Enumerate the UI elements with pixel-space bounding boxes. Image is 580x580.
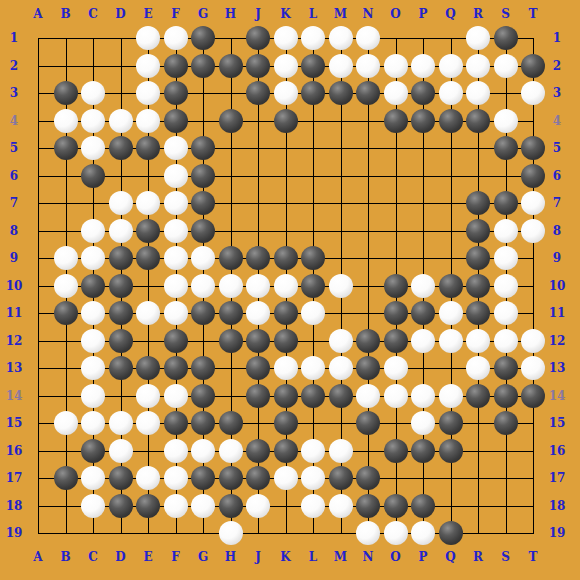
stone-white [521, 191, 545, 215]
stone-white [136, 54, 160, 78]
column-label-bottom: K [280, 551, 290, 563]
stone-white [466, 81, 490, 105]
column-label-bottom: T [529, 551, 538, 563]
row-label-right: 1 [553, 32, 561, 44]
stone-black [219, 301, 243, 325]
stone-white [109, 219, 133, 243]
stone-white [384, 356, 408, 380]
row-label-right: 2 [553, 60, 561, 72]
column-label-top: G [198, 8, 208, 20]
row-label-left: 1 [10, 32, 18, 44]
stone-black [494, 384, 518, 408]
stone-white [494, 246, 518, 270]
stone-black [109, 246, 133, 270]
stone-white [329, 329, 353, 353]
stone-black [466, 191, 490, 215]
stone-white [356, 384, 380, 408]
stone-white [356, 521, 380, 545]
stone-black [136, 219, 160, 243]
row-label-left: 4 [10, 115, 18, 127]
stone-white [301, 26, 325, 50]
stone-black [411, 81, 435, 105]
stone-black [136, 356, 160, 380]
stone-white [494, 54, 518, 78]
row-label-right: 11 [549, 307, 566, 319]
row-label-left: 13 [6, 362, 23, 374]
stone-white [81, 494, 105, 518]
stone-black [356, 411, 380, 435]
stone-black [246, 384, 270, 408]
stone-black [219, 411, 243, 435]
row-label-right: 15 [549, 417, 566, 429]
stone-white [494, 219, 518, 243]
stone-white [54, 246, 78, 270]
stone-white [384, 81, 408, 105]
stone-black [246, 466, 270, 490]
stone-white [219, 274, 243, 298]
stone-white [384, 384, 408, 408]
stone-black [164, 356, 188, 380]
row-label-left: 6 [10, 170, 18, 182]
stone-black [439, 521, 463, 545]
stone-black [466, 274, 490, 298]
stone-black [439, 274, 463, 298]
stone-white [136, 191, 160, 215]
stone-black [191, 356, 215, 380]
stone-black [191, 411, 215, 435]
stone-white [329, 274, 353, 298]
stone-white [136, 411, 160, 435]
stone-black [521, 384, 545, 408]
stone-white [274, 356, 298, 380]
stone-black [384, 274, 408, 298]
stone-black [191, 219, 215, 243]
stone-black [191, 191, 215, 215]
stone-black [466, 109, 490, 133]
stone-white [439, 384, 463, 408]
stone-white [54, 411, 78, 435]
stone-black [191, 301, 215, 325]
stone-black [329, 81, 353, 105]
row-label-left: 15 [6, 417, 23, 429]
stone-black [274, 329, 298, 353]
stone-white [136, 384, 160, 408]
row-label-left: 8 [10, 225, 18, 237]
column-label-bottom: E [143, 551, 152, 563]
stone-white [191, 246, 215, 270]
stone-black [54, 301, 78, 325]
stone-white [109, 191, 133, 215]
row-label-right: 12 [549, 335, 566, 347]
stone-white [81, 81, 105, 105]
column-label-bottom: C [88, 551, 98, 563]
stone-white [494, 301, 518, 325]
go-board[interactable]: AABBCCDDEEFFGGHHJJKKLLMMNNOOPPQQRRSSTT11… [0, 0, 580, 580]
stone-black [136, 494, 160, 518]
column-label-bottom: H [225, 551, 236, 563]
stone-white [329, 54, 353, 78]
stone-white [356, 26, 380, 50]
row-label-left: 17 [6, 472, 23, 484]
row-label-left: 12 [6, 335, 23, 347]
stone-white [191, 274, 215, 298]
stone-white [301, 356, 325, 380]
stone-white [329, 494, 353, 518]
column-label-top: C [88, 8, 98, 20]
stone-black [246, 356, 270, 380]
stone-white [274, 466, 298, 490]
stone-white [136, 81, 160, 105]
stone-white [384, 521, 408, 545]
stone-black [81, 439, 105, 463]
stone-black [384, 329, 408, 353]
stone-white [274, 274, 298, 298]
stone-black [494, 191, 518, 215]
stone-black [219, 54, 243, 78]
stone-black [521, 136, 545, 160]
row-label-right: 8 [553, 225, 561, 237]
stone-white [81, 136, 105, 160]
stone-black [274, 439, 298, 463]
column-label-top: H [225, 8, 236, 20]
stone-black [109, 466, 133, 490]
row-label-right: 6 [553, 170, 561, 182]
stone-black [329, 384, 353, 408]
stone-white [274, 81, 298, 105]
stone-white [329, 26, 353, 50]
stone-white [219, 521, 243, 545]
stone-black [191, 466, 215, 490]
stone-white [164, 301, 188, 325]
stone-black [191, 54, 215, 78]
row-label-left: 18 [6, 500, 23, 512]
stone-white [109, 439, 133, 463]
stone-black [164, 54, 188, 78]
column-label-top: J [255, 8, 261, 20]
column-label-top: S [501, 8, 510, 20]
stone-white [219, 439, 243, 463]
column-label-bottom: F [171, 551, 180, 563]
stone-white [81, 246, 105, 270]
stone-white [411, 384, 435, 408]
stone-black [439, 109, 463, 133]
stone-black [246, 246, 270, 270]
stone-black [54, 466, 78, 490]
column-label-bottom: J [255, 551, 261, 563]
stone-white [521, 219, 545, 243]
stone-white [466, 54, 490, 78]
stone-white [411, 411, 435, 435]
stone-black [246, 329, 270, 353]
stone-black [54, 136, 78, 160]
stone-white [411, 521, 435, 545]
stone-black [411, 109, 435, 133]
row-label-right: 5 [553, 142, 561, 154]
stone-black [274, 384, 298, 408]
column-label-bottom: S [501, 551, 510, 563]
stone-white [136, 466, 160, 490]
row-label-left: 10 [6, 280, 23, 292]
column-label-top: T [529, 8, 538, 20]
column-label-top: L [309, 8, 317, 20]
stone-black [411, 301, 435, 325]
stone-black [164, 109, 188, 133]
stone-white [521, 329, 545, 353]
stone-black [411, 494, 435, 518]
stone-black [356, 494, 380, 518]
column-label-bottom: B [60, 551, 70, 563]
column-label-top: D [115, 8, 125, 20]
stone-white [54, 274, 78, 298]
stone-black [521, 164, 545, 188]
stone-white [81, 411, 105, 435]
stone-white [81, 219, 105, 243]
row-label-right: 13 [549, 362, 566, 374]
stone-black [384, 301, 408, 325]
column-label-bottom: G [198, 551, 208, 563]
stone-black [109, 301, 133, 325]
stone-black [356, 81, 380, 105]
stone-black [411, 439, 435, 463]
stone-black [439, 411, 463, 435]
stone-black [301, 246, 325, 270]
row-label-left: 19 [6, 527, 23, 539]
stone-white [411, 274, 435, 298]
stone-white [164, 26, 188, 50]
stone-black [466, 384, 490, 408]
stone-black [81, 274, 105, 298]
stone-black [274, 301, 298, 325]
stone-black [384, 494, 408, 518]
stone-black [54, 81, 78, 105]
stone-black [356, 329, 380, 353]
column-label-top: K [280, 8, 290, 20]
column-label-top: O [390, 8, 400, 20]
stone-black [301, 81, 325, 105]
stone-black [246, 26, 270, 50]
row-label-left: 14 [6, 390, 23, 402]
column-label-bottom: O [390, 551, 400, 563]
stone-black [246, 439, 270, 463]
stone-white [494, 329, 518, 353]
stone-white [164, 274, 188, 298]
stone-white [191, 494, 215, 518]
stone-black [466, 246, 490, 270]
stone-white [439, 329, 463, 353]
stone-black [246, 81, 270, 105]
stone-white [136, 109, 160, 133]
stone-black [219, 246, 243, 270]
stone-white [439, 81, 463, 105]
stone-white [439, 301, 463, 325]
stone-black [494, 356, 518, 380]
stone-white [164, 246, 188, 270]
stone-black [136, 246, 160, 270]
stone-black [164, 81, 188, 105]
row-label-left: 5 [10, 142, 18, 154]
stone-black [219, 329, 243, 353]
stone-black [274, 246, 298, 270]
stone-white [191, 439, 215, 463]
stone-white [109, 411, 133, 435]
column-label-bottom: N [363, 551, 374, 563]
stone-white [81, 356, 105, 380]
stone-black [466, 301, 490, 325]
stone-white [164, 439, 188, 463]
stone-white [164, 164, 188, 188]
row-label-left: 16 [6, 445, 23, 457]
stone-white [301, 439, 325, 463]
row-label-right: 4 [553, 115, 561, 127]
stone-white [81, 466, 105, 490]
row-label-left: 7 [10, 197, 18, 209]
stone-white [246, 274, 270, 298]
stone-white [164, 136, 188, 160]
row-label-right: 7 [553, 197, 561, 209]
stone-black [494, 26, 518, 50]
stone-black [109, 136, 133, 160]
stone-white [411, 329, 435, 353]
stone-black [246, 54, 270, 78]
stone-white [466, 329, 490, 353]
stone-black [109, 274, 133, 298]
stone-white [109, 109, 133, 133]
stone-white [274, 54, 298, 78]
stone-white [164, 384, 188, 408]
stone-white [164, 219, 188, 243]
row-label-right: 16 [549, 445, 566, 457]
stone-black [136, 136, 160, 160]
column-label-bottom: Q [445, 551, 455, 563]
row-label-right: 17 [549, 472, 566, 484]
stone-black [356, 466, 380, 490]
stone-black [109, 329, 133, 353]
stone-black [439, 439, 463, 463]
stone-black [494, 136, 518, 160]
stone-white [301, 466, 325, 490]
column-label-top: P [418, 8, 427, 20]
row-label-left: 2 [10, 60, 18, 72]
row-label-right: 14 [549, 390, 566, 402]
stone-black [274, 109, 298, 133]
stone-white [246, 301, 270, 325]
stone-black [219, 109, 243, 133]
stone-black [494, 411, 518, 435]
stone-black [191, 26, 215, 50]
stone-black [466, 219, 490, 243]
row-label-right: 10 [549, 280, 566, 292]
stone-white [81, 109, 105, 133]
row-label-right: 3 [553, 87, 561, 99]
column-label-bottom: D [115, 551, 125, 563]
column-label-bottom: R [473, 551, 483, 563]
stone-black [301, 384, 325, 408]
column-label-bottom: L [309, 551, 317, 563]
stone-white [81, 329, 105, 353]
stone-white [301, 301, 325, 325]
stone-white [164, 494, 188, 518]
stone-black [521, 54, 545, 78]
column-label-top: Q [445, 8, 455, 20]
column-label-top: A [33, 8, 42, 20]
stone-white [136, 301, 160, 325]
column-label-top: M [334, 8, 347, 20]
stone-white [329, 439, 353, 463]
stone-black [164, 329, 188, 353]
stone-black [384, 439, 408, 463]
stone-black [219, 466, 243, 490]
stone-black [356, 356, 380, 380]
row-label-right: 19 [549, 527, 566, 539]
column-label-top: E [143, 8, 152, 20]
column-label-top: B [60, 8, 70, 20]
stone-white [81, 384, 105, 408]
stone-black [109, 356, 133, 380]
stone-black [301, 54, 325, 78]
stone-black [301, 274, 325, 298]
stone-white [494, 274, 518, 298]
stone-white [521, 81, 545, 105]
stone-black [191, 384, 215, 408]
stone-black [274, 411, 298, 435]
stone-white [164, 191, 188, 215]
stone-white [411, 54, 435, 78]
stone-white [164, 466, 188, 490]
stone-white [301, 494, 325, 518]
stone-white [384, 54, 408, 78]
row-label-right: 18 [549, 500, 566, 512]
stone-black [384, 109, 408, 133]
stone-black [191, 136, 215, 160]
stone-black [109, 494, 133, 518]
column-label-bottom: M [334, 551, 347, 563]
stone-white [274, 26, 298, 50]
stone-black [164, 411, 188, 435]
row-label-right: 9 [553, 252, 561, 264]
stone-black [81, 164, 105, 188]
stone-white [439, 54, 463, 78]
stone-white [466, 26, 490, 50]
stone-white [521, 356, 545, 380]
row-label-left: 3 [10, 87, 18, 99]
column-label-top: R [473, 8, 483, 20]
grid-line-vertical [533, 38, 534, 534]
stone-white [494, 109, 518, 133]
grid-line-vertical [368, 38, 369, 534]
stone-white [356, 54, 380, 78]
stone-white [54, 109, 78, 133]
stone-black [191, 164, 215, 188]
column-label-bottom: P [418, 551, 427, 563]
stone-black [219, 494, 243, 518]
row-label-left: 11 [6, 307, 23, 319]
row-label-left: 9 [10, 252, 18, 264]
stone-white [136, 26, 160, 50]
stone-black [329, 466, 353, 490]
column-label-top: F [171, 8, 180, 20]
stone-white [329, 356, 353, 380]
column-label-bottom: A [33, 551, 42, 563]
stone-white [466, 356, 490, 380]
column-label-top: N [363, 8, 374, 20]
stone-white [246, 494, 270, 518]
stone-white [81, 301, 105, 325]
